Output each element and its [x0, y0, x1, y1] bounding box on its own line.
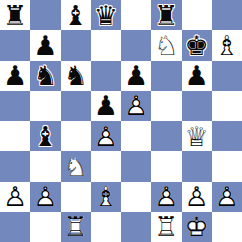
square-g5[interactable] — [182, 91, 212, 121]
chess-board: ♜♝♛♜♟♞♘♚♝♗♟♞♞♟♟♟♟♙♝♟♙♛♕♞♘♟♙♟♙♝♗♟♙♟♙♟♙♜♖♜… — [0, 0, 242, 242]
square-h8[interactable] — [212, 0, 242, 30]
piece-white-pawn: ♟♙ — [151, 182, 181, 212]
piece-black-pawn: ♟ — [182, 61, 212, 91]
piece-black-pawn: ♟ — [0, 61, 30, 91]
square-d2[interactable]: ♝♗ — [91, 182, 121, 212]
square-e8[interactable] — [121, 0, 151, 30]
square-a2[interactable]: ♟♙ — [0, 182, 30, 212]
square-e3[interactable] — [121, 151, 151, 181]
piece-black-pawn: ♟ — [121, 61, 151, 91]
white-piece-outline: ♕ — [182, 121, 212, 151]
square-f3[interactable] — [151, 151, 181, 181]
square-g8[interactable] — [182, 0, 212, 30]
black-piece-fill: ♝ — [61, 0, 91, 30]
square-a4[interactable] — [0, 121, 30, 151]
white-piece-outline: ♘ — [61, 151, 91, 181]
white-piece-outline: ♗ — [91, 182, 121, 212]
black-piece-fill: ♟ — [182, 61, 212, 91]
black-piece-fill: ♟ — [30, 30, 60, 60]
piece-black-knight: ♞ — [30, 61, 60, 91]
square-b5[interactable] — [30, 91, 60, 121]
square-f2[interactable]: ♟♙ — [151, 182, 181, 212]
white-piece-outline: ♙ — [91, 121, 121, 151]
square-c2[interactable] — [61, 182, 91, 212]
black-piece-fill: ♜ — [151, 0, 181, 30]
black-piece-fill: ♛ — [91, 0, 121, 30]
square-f6[interactable] — [151, 61, 181, 91]
black-piece-fill: ♟ — [91, 91, 121, 121]
white-piece-outline: ♙ — [151, 182, 181, 212]
square-d6[interactable] — [91, 61, 121, 91]
black-piece-fill: ♜ — [0, 0, 30, 30]
white-piece-outline: ♙ — [121, 91, 151, 121]
square-d5[interactable]: ♟ — [91, 91, 121, 121]
square-b6[interactable]: ♞ — [30, 61, 60, 91]
square-a1[interactable] — [0, 212, 30, 242]
black-piece-fill: ♞ — [61, 61, 91, 91]
square-c7[interactable] — [61, 30, 91, 60]
white-piece-outline: ♘ — [151, 30, 181, 60]
black-piece-fill: ♟ — [0, 61, 30, 91]
square-h3[interactable] — [212, 151, 242, 181]
white-piece-outline: ♙ — [182, 182, 212, 212]
square-d1[interactable] — [91, 212, 121, 242]
square-b8[interactable] — [30, 0, 60, 30]
piece-white-knight: ♞♘ — [151, 30, 181, 60]
piece-black-king: ♚ — [182, 30, 212, 60]
white-piece-outline: ♖ — [61, 212, 91, 242]
square-d8[interactable]: ♛ — [91, 0, 121, 30]
piece-white-bishop: ♝♗ — [212, 30, 242, 60]
square-g2[interactable]: ♟♙ — [182, 182, 212, 212]
piece-white-king: ♚♔ — [182, 212, 212, 242]
square-e7[interactable] — [121, 30, 151, 60]
piece-white-pawn: ♟♙ — [0, 182, 30, 212]
piece-black-pawn: ♟ — [30, 30, 60, 60]
piece-black-queen: ♛ — [91, 0, 121, 30]
piece-white-pawn: ♟♙ — [212, 182, 242, 212]
white-piece-outline: ♔ — [182, 212, 212, 242]
piece-white-rook: ♜♖ — [151, 212, 181, 242]
square-a6[interactable]: ♟ — [0, 61, 30, 91]
square-b7[interactable]: ♟ — [30, 30, 60, 60]
square-c4[interactable] — [61, 121, 91, 151]
square-e1[interactable] — [121, 212, 151, 242]
square-g7[interactable]: ♚ — [182, 30, 212, 60]
square-b2[interactable]: ♟♙ — [30, 182, 60, 212]
piece-white-pawn: ♟♙ — [182, 182, 212, 212]
square-b1[interactable] — [30, 212, 60, 242]
square-h1[interactable] — [212, 212, 242, 242]
square-f4[interactable] — [151, 121, 181, 151]
square-c1[interactable]: ♜♖ — [61, 212, 91, 242]
black-piece-fill: ♝ — [30, 121, 60, 151]
square-f7[interactable]: ♞♘ — [151, 30, 181, 60]
white-piece-outline: ♖ — [151, 212, 181, 242]
square-h2[interactable]: ♟♙ — [212, 182, 242, 212]
square-e4[interactable] — [121, 121, 151, 151]
piece-black-rook: ♜ — [0, 0, 30, 30]
square-d4[interactable]: ♟♙ — [91, 121, 121, 151]
square-b3[interactable] — [30, 151, 60, 181]
square-a7[interactable] — [0, 30, 30, 60]
piece-black-knight: ♞ — [61, 61, 91, 91]
piece-white-pawn: ♟♙ — [30, 182, 60, 212]
square-c8[interactable]: ♝ — [61, 0, 91, 30]
piece-black-pawn: ♟ — [91, 91, 121, 121]
square-e5[interactable]: ♟♙ — [121, 91, 151, 121]
square-g3[interactable] — [182, 151, 212, 181]
piece-black-bishop: ♝ — [30, 121, 60, 151]
square-a5[interactable] — [0, 91, 30, 121]
piece-white-pawn: ♟♙ — [121, 91, 151, 121]
square-c6[interactable]: ♞ — [61, 61, 91, 91]
square-h6[interactable] — [212, 61, 242, 91]
piece-white-bishop: ♝♗ — [91, 182, 121, 212]
piece-white-pawn: ♟♙ — [91, 121, 121, 151]
square-g4[interactable]: ♛♕ — [182, 121, 212, 151]
square-h7[interactable]: ♝♗ — [212, 30, 242, 60]
black-piece-fill: ♚ — [182, 30, 212, 60]
square-f8[interactable]: ♜ — [151, 0, 181, 30]
square-a8[interactable]: ♜ — [0, 0, 30, 30]
square-d3[interactable] — [91, 151, 121, 181]
square-f5[interactable] — [151, 91, 181, 121]
white-piece-outline: ♙ — [0, 182, 30, 212]
square-h4[interactable] — [212, 121, 242, 151]
square-g1[interactable]: ♚♔ — [182, 212, 212, 242]
white-piece-outline: ♙ — [212, 182, 242, 212]
white-piece-outline: ♙ — [30, 182, 60, 212]
screenshot-stage: ♜♝♛♜♟♞♘♚♝♗♟♞♞♟♟♟♟♙♝♟♙♛♕♞♘♟♙♟♙♝♗♟♙♟♙♟♙♜♖♜… — [0, 0, 242, 242]
black-piece-fill: ♟ — [121, 61, 151, 91]
square-b4[interactable]: ♝ — [30, 121, 60, 151]
square-g6[interactable]: ♟ — [182, 61, 212, 91]
square-a3[interactable] — [0, 151, 30, 181]
piece-white-rook: ♜♖ — [61, 212, 91, 242]
square-f1[interactable]: ♜♖ — [151, 212, 181, 242]
white-piece-outline: ♗ — [212, 30, 242, 60]
black-piece-fill: ♞ — [30, 61, 60, 91]
square-h5[interactable] — [212, 91, 242, 121]
piece-white-knight: ♞♘ — [61, 151, 91, 181]
piece-black-rook: ♜ — [151, 0, 181, 30]
square-d7[interactable] — [91, 30, 121, 60]
square-e6[interactable]: ♟ — [121, 61, 151, 91]
square-c5[interactable] — [61, 91, 91, 121]
piece-white-queen: ♛♕ — [182, 121, 212, 151]
square-e2[interactable] — [121, 182, 151, 212]
piece-black-bishop: ♝ — [61, 0, 91, 30]
square-c3[interactable]: ♞♘ — [61, 151, 91, 181]
